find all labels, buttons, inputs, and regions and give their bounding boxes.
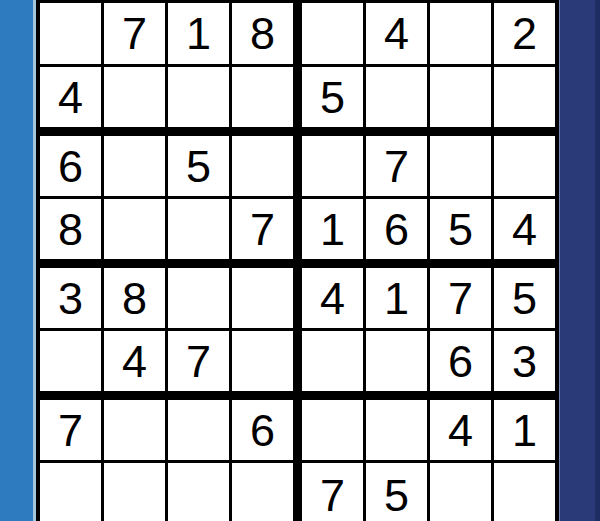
sudoku-cell-r8c3[interactable] bbox=[168, 463, 229, 521]
sudoku-cell-r5c8[interactable]: 5 bbox=[494, 268, 555, 328]
sudoku-cell-r4c7[interactable]: 5 bbox=[430, 199, 491, 259]
sudoku-cell-r2c2[interactable] bbox=[104, 67, 165, 127]
sudoku-cell-r1c7[interactable] bbox=[430, 3, 491, 64]
sudoku-cell-r8c7[interactable] bbox=[430, 463, 491, 521]
sudoku-cell-r3c5[interactable] bbox=[302, 136, 363, 196]
sudoku-cell-r1c4[interactable]: 8 bbox=[232, 3, 293, 64]
sudoku-cell-r1c5[interactable] bbox=[302, 3, 363, 64]
left-border-strip bbox=[0, 0, 33, 521]
sudoku-cell-r3c3[interactable]: 5 bbox=[168, 136, 229, 196]
sudoku-cell-r6c5[interactable] bbox=[302, 331, 363, 391]
sudoku-cell-r8c8[interactable] bbox=[494, 463, 555, 521]
sudoku-cell-r4c6[interactable]: 6 bbox=[366, 199, 427, 259]
sudoku-cell-r7c8[interactable]: 1 bbox=[494, 400, 555, 460]
sudoku-cell-r3c7[interactable] bbox=[430, 136, 491, 196]
sudoku-cell-r8c4[interactable] bbox=[232, 463, 293, 521]
sudoku-cell-r2c6[interactable] bbox=[366, 67, 427, 127]
sudoku-cell-r6c4[interactable] bbox=[232, 331, 293, 391]
sudoku-cell-r2c1[interactable]: 4 bbox=[40, 67, 101, 127]
sudoku-cell-r7c4[interactable]: 6 bbox=[232, 400, 293, 460]
sudoku-cell-r6c1[interactable] bbox=[40, 331, 101, 391]
sudoku-cell-r5c4[interactable] bbox=[232, 268, 293, 328]
sudoku-cell-r1c8[interactable]: 2 bbox=[494, 3, 555, 64]
sudoku-cell-r6c2[interactable]: 4 bbox=[104, 331, 165, 391]
sudoku-cell-r1c1[interactable] bbox=[40, 3, 101, 64]
sudoku-cell-r2c4[interactable] bbox=[232, 67, 293, 127]
sudoku-cell-r4c4[interactable]: 7 bbox=[232, 199, 293, 259]
sudoku-cell-r4c1[interactable]: 8 bbox=[40, 199, 101, 259]
sudoku-cell-r3c2[interactable] bbox=[104, 136, 165, 196]
sudoku-cell-r4c2[interactable] bbox=[104, 199, 165, 259]
sudoku-cell-r2c3[interactable] bbox=[168, 67, 229, 127]
sudoku-cell-r8c1[interactable] bbox=[40, 463, 101, 521]
sudoku-cell-r6c3[interactable]: 7 bbox=[168, 331, 229, 391]
sudoku-cell-r6c7[interactable]: 6 bbox=[430, 331, 491, 391]
sudoku-cell-r4c3[interactable] bbox=[168, 199, 229, 259]
sudoku-cell-r4c8[interactable]: 4 bbox=[494, 199, 555, 259]
sudoku-cell-r5c1[interactable]: 3 bbox=[40, 268, 101, 328]
sudoku-cell-r7c3[interactable] bbox=[168, 400, 229, 460]
sudoku-cell-r1c2[interactable]: 7 bbox=[104, 3, 165, 64]
sudoku-cell-r3c4[interactable] bbox=[232, 136, 293, 196]
sudoku-cell-r7c2[interactable] bbox=[104, 400, 165, 460]
sudoku-cell-r5c3[interactable] bbox=[168, 268, 229, 328]
sudoku-cell-r2c5[interactable]: 5 bbox=[302, 67, 363, 127]
sudoku-cell-r3c8[interactable] bbox=[494, 136, 555, 196]
sudoku-cell-r8c2[interactable] bbox=[104, 463, 165, 521]
sudoku-cell-r1c6[interactable]: 4 bbox=[366, 3, 427, 64]
sudoku-cell-r5c6[interactable]: 1 bbox=[366, 268, 427, 328]
sudoku-cell-r3c6[interactable]: 7 bbox=[366, 136, 427, 196]
sudoku-cell-r5c5[interactable]: 4 bbox=[302, 268, 363, 328]
sudoku-board: 71842456578716543841754763764175 bbox=[36, 0, 559, 521]
sudoku-cell-r5c7[interactable]: 7 bbox=[430, 268, 491, 328]
sudoku-cell-r2c8[interactable] bbox=[494, 67, 555, 127]
background-right-edge bbox=[595, 0, 600, 521]
sudoku-cell-r6c6[interactable] bbox=[366, 331, 427, 391]
sudoku-cell-r7c7[interactable]: 4 bbox=[430, 400, 491, 460]
sudoku-cell-r2c7[interactable] bbox=[430, 67, 491, 127]
sudoku-cell-r7c6[interactable] bbox=[366, 400, 427, 460]
board-cells: 71842456578716543841754763764175 bbox=[40, 3, 555, 521]
sudoku-cell-r7c5[interactable] bbox=[302, 400, 363, 460]
sudoku-cell-r6c8[interactable]: 3 bbox=[494, 331, 555, 391]
sudoku-cell-r3c1[interactable]: 6 bbox=[40, 136, 101, 196]
sudoku-cell-r8c6[interactable]: 5 bbox=[366, 463, 427, 521]
sudoku-cell-r4c5[interactable]: 1 bbox=[302, 199, 363, 259]
sudoku-cell-r1c3[interactable]: 1 bbox=[168, 3, 229, 64]
sudoku-cell-r8c5[interactable]: 7 bbox=[302, 463, 363, 521]
sudoku-cell-r7c1[interactable]: 7 bbox=[40, 400, 101, 460]
sudoku-cell-r5c2[interactable]: 8 bbox=[104, 268, 165, 328]
